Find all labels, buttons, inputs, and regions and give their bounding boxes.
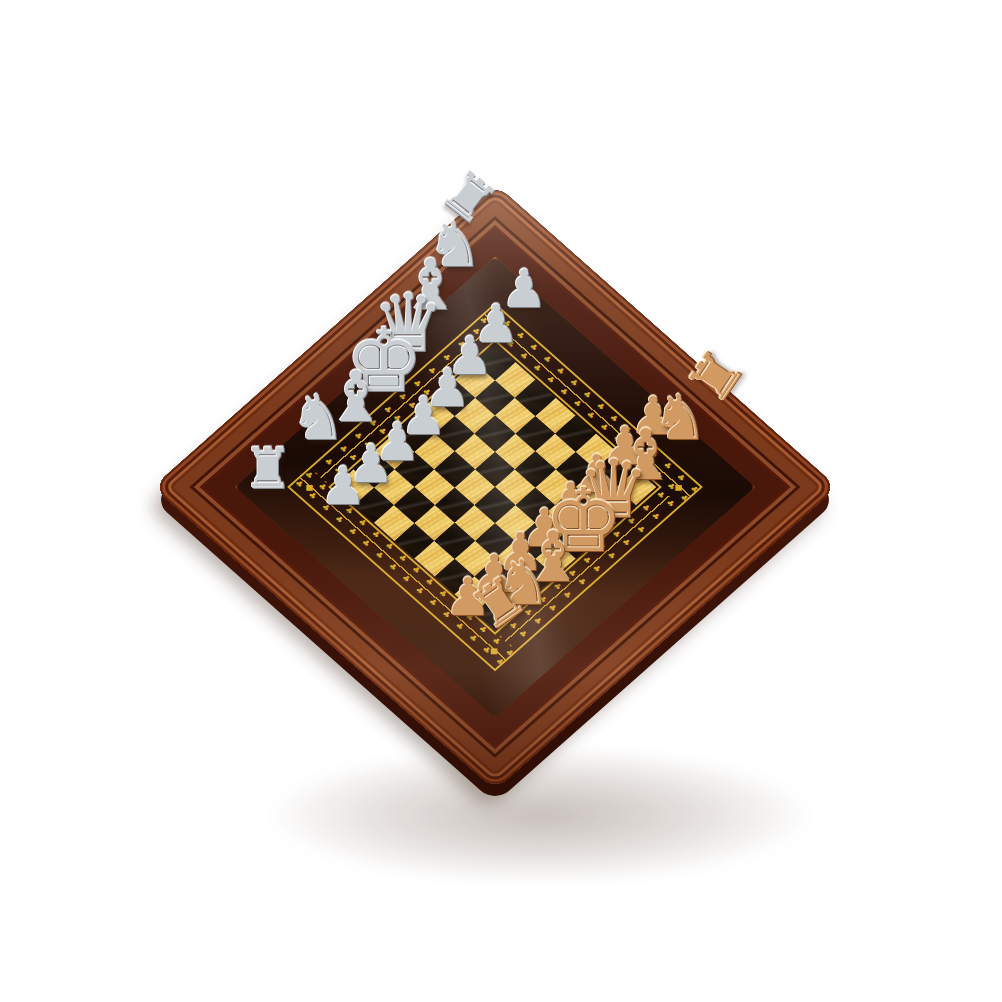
miniature-chess-set-photo: ♣ ♣ ♣ ♣ ♣ ♣ ♣ ♣ ♣ ♣ ♣ ♣ ♣ ♣ ♣ ♣ ♣ ♣ ♣ ♣ …	[0, 0, 1002, 1002]
piece-layer: ♜♟♟♜♞♟♟♞♝♟♟♝♛♟♟♛♚♟♟♚♝♟♟♝♞♟♟♞♜♟♟♜	[0, 0, 1002, 1002]
piece-silver-pawn[interactable]: ♟	[320, 455, 367, 515]
piece-silver-rook[interactable]: ♜	[243, 435, 293, 500]
piece-silver-knight[interactable]: ♞	[290, 381, 346, 454]
